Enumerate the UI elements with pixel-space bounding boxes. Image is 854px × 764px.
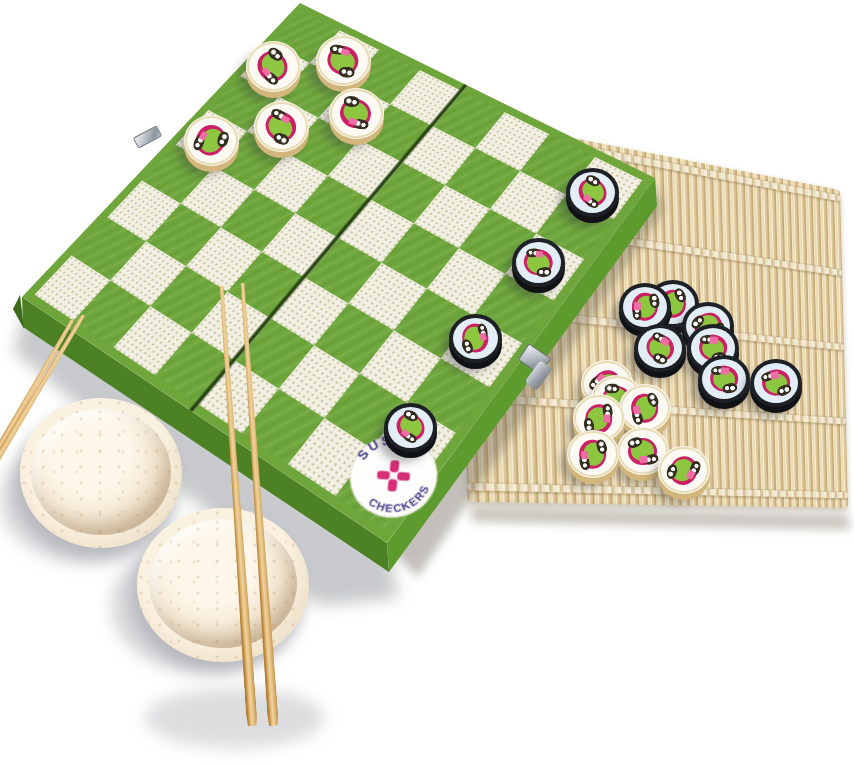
checker-piece-white xyxy=(246,41,301,92)
product-photo-scene: SUSHI CHECKERS xyxy=(0,0,854,764)
checker-piece-white xyxy=(184,115,239,166)
ceramic-bowl-right xyxy=(137,508,309,662)
checker-piece-black xyxy=(512,238,565,287)
checker-piece-black xyxy=(384,403,437,452)
ceramic-bowl-left xyxy=(20,398,182,548)
checker-piece-black xyxy=(449,314,502,363)
checker-piece-white xyxy=(254,101,309,152)
checker-piece-white xyxy=(329,88,384,139)
checker-piece-black xyxy=(566,168,619,217)
pieces-on-board xyxy=(0,0,854,764)
checker-piece-white xyxy=(316,35,371,86)
